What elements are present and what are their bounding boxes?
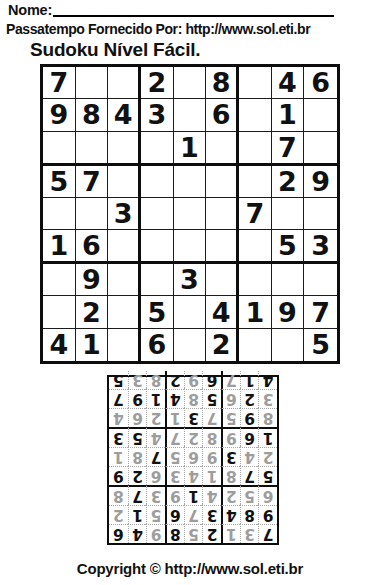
solution-cell-r8c6: 4 <box>165 389 184 408</box>
main-cell-r8c9[interactable]: 7 <box>304 296 337 328</box>
solution-cell-r5c6: 5 <box>165 447 184 466</box>
main-cell-r7c9[interactable] <box>304 264 337 296</box>
main-cell-r5c1[interactable] <box>43 198 76 230</box>
main-cell-r5c7[interactable]: 7 <box>239 198 272 230</box>
solution-cell-r2c5: 7 <box>184 505 203 524</box>
solution-cell-r8c9: 7 <box>109 389 128 408</box>
solution-cell-r6c9: 3 <box>109 427 128 447</box>
solution-cell-r2c9: 2 <box>109 505 128 524</box>
solution-cell-r8c5: 8 <box>184 389 203 408</box>
main-cell-r4c2[interactable]: 7 <box>76 166 109 198</box>
solution-cell-r1c8: 4 <box>128 524 147 543</box>
solution-cell-r8c1: 3 <box>258 389 277 408</box>
solution-cell-r3c1: 6 <box>258 485 277 505</box>
solution-cell-r7c4: 7 <box>202 408 221 427</box>
main-cell-r2c1[interactable]: 9 <box>43 99 76 131</box>
main-cell-r6c8[interactable]: 5 <box>272 230 305 264</box>
solution-cell-r4c7: 6 <box>146 466 165 485</box>
main-cell-r4c4[interactable] <box>141 166 174 198</box>
main-cell-r5c6[interactable] <box>206 198 239 230</box>
solution-cell-r9c2: 1 <box>240 371 259 389</box>
main-cell-r5c5[interactable] <box>174 198 207 230</box>
solution-cell-r3c4: 4 <box>202 485 221 505</box>
page-title: Sudoku Nível Fácil. <box>30 39 200 61</box>
main-cell-r4c5[interactable] <box>174 166 207 198</box>
solution-cell-r7c9: 4 <box>109 408 128 427</box>
main-cell-r3c1[interactable] <box>43 132 76 166</box>
main-grid: 728469843611757293716539325419741625 <box>40 64 340 364</box>
main-cell-r7c7[interactable] <box>239 264 272 296</box>
solution-cell-r8c8: 9 <box>128 389 147 408</box>
solution-cell-r6c1: 1 <box>258 427 277 447</box>
solution-cell-r1c3: 1 <box>221 524 240 543</box>
main-cell-r1c4[interactable]: 2 <box>141 67 174 99</box>
main-cell-r9c5[interactable] <box>174 329 207 361</box>
solution-cell-r8c2: 2 <box>240 389 259 408</box>
main-cell-r6c3[interactable] <box>108 230 141 264</box>
main-cell-r2c5[interactable] <box>174 99 207 131</box>
main-cell-r8c8[interactable]: 9 <box>272 296 305 328</box>
main-cell-r9c1[interactable]: 4 <box>43 329 76 361</box>
main-cell-r6c5[interactable] <box>174 230 207 264</box>
main-cell-r9c3[interactable] <box>108 329 141 361</box>
solution-cell-r9c9: 5 <box>109 371 128 389</box>
main-cell-r8c7[interactable]: 1 <box>239 296 272 328</box>
solution-cell-r6c3: 9 <box>221 427 240 447</box>
solution-cell-r8c3: 6 <box>221 389 240 408</box>
main-cell-r3c6[interactable] <box>206 132 239 166</box>
main-cell-r3c4[interactable] <box>141 132 174 166</box>
main-cell-r3c8[interactable]: 7 <box>272 132 305 166</box>
solution-cell-r7c2: 9 <box>240 408 259 427</box>
main-cell-r6c9[interactable]: 3 <box>304 230 337 264</box>
solution-cell-r9c6: 2 <box>165 371 184 389</box>
solution-cell-r5c8: 8 <box>128 447 147 466</box>
solution-cell-r6c6: 7 <box>165 427 184 447</box>
main-cell-r6c7[interactable] <box>239 230 272 264</box>
solution-cell-r3c5: 1 <box>184 485 203 505</box>
main-cell-r9c9[interactable]: 5 <box>304 329 337 361</box>
solution-cell-r5c5: 6 <box>184 447 203 466</box>
main-cell-r6c1[interactable]: 1 <box>43 230 76 264</box>
main-cell-r4c6[interactable] <box>206 166 239 198</box>
main-cell-r8c3[interactable] <box>108 296 141 328</box>
main-cell-r8c4[interactable]: 5 <box>141 296 174 328</box>
solution-cell-r3c8: 7 <box>128 485 147 505</box>
solution-cell-r2c6: 6 <box>165 505 184 524</box>
main-cell-r4c1[interactable]: 5 <box>43 166 76 198</box>
solution-cell-r9c8: 3 <box>128 371 147 389</box>
solution-cell-r5c1: 2 <box>258 447 277 466</box>
solution-cell-r1c5: 5 <box>184 524 203 543</box>
main-cell-r2c9[interactable] <box>304 99 337 131</box>
solution-cell-r5c4: 9 <box>202 447 221 466</box>
main-cell-r6c6[interactable] <box>206 230 239 264</box>
main-cell-r5c8[interactable] <box>272 198 305 230</box>
name-label: Nome: <box>8 2 52 18</box>
main-cell-r4c8[interactable]: 2 <box>272 166 305 198</box>
name-underline <box>53 15 334 17</box>
main-cell-r8c1[interactable] <box>43 296 76 328</box>
solution-cell-r5c2: 4 <box>240 447 259 466</box>
solution-cell-r3c3: 2 <box>221 485 240 505</box>
solution-cell-r5c3: 3 <box>221 447 240 466</box>
solution-cell-r8c4: 5 <box>202 389 221 408</box>
solution-cell-r4c3: 8 <box>221 466 240 485</box>
main-cell-r4c7[interactable] <box>239 166 272 198</box>
solution-cell-r6c5: 2 <box>184 427 203 447</box>
main-cell-r1c7[interactable] <box>239 67 272 99</box>
main-cell-r1c8[interactable]: 4 <box>272 67 305 99</box>
main-cell-r3c2[interactable] <box>76 132 109 166</box>
main-cell-r1c3[interactable] <box>108 67 141 99</box>
solution-cell-r3c2: 5 <box>240 485 259 505</box>
main-cell-r4c3[interactable] <box>108 166 141 198</box>
main-cell-r9c8[interactable] <box>272 329 305 361</box>
solution-cell-r4c5: 4 <box>184 466 203 485</box>
main-cell-r5c9[interactable] <box>304 198 337 230</box>
solution-cell-r7c1: 8 <box>258 408 277 427</box>
solution-cell-r4c8: 2 <box>128 466 147 485</box>
solution-cell-r4c1: 5 <box>258 466 277 485</box>
solution-cell-r9c1: 4 <box>258 371 277 389</box>
worksheet-page: Nome: Passatempo Fornecido Por: http://w… <box>0 0 380 585</box>
main-cell-r2c8[interactable]: 1 <box>272 99 305 131</box>
solution-cell-r4c6: 3 <box>165 466 184 485</box>
solution-cell-r6c4: 8 <box>202 427 221 447</box>
main-cell-r7c5[interactable]: 3 <box>174 264 207 296</box>
solution-cell-r1c4: 2 <box>202 524 221 543</box>
main-cell-r2c6[interactable]: 6 <box>206 99 239 131</box>
main-cell-r9c7[interactable] <box>239 329 272 361</box>
solution-cell-r2c3: 4 <box>221 505 240 524</box>
main-cell-r3c3[interactable] <box>108 132 141 166</box>
solution-cell-r8c7: 1 <box>146 389 165 408</box>
main-cell-r8c5[interactable] <box>174 296 207 328</box>
main-cell-r3c5[interactable]: 1 <box>174 132 207 166</box>
main-cell-r8c6[interactable]: 4 <box>206 296 239 328</box>
provider-text: Passatempo Fornecido Por: http://www.sol… <box>6 21 310 37</box>
solution-cell-r7c5: 3 <box>184 408 203 427</box>
copyright-text: Copyright © http://www.sol.eti.br <box>0 560 380 577</box>
solution-cell-r2c8: 1 <box>128 505 147 524</box>
main-cell-r6c2[interactable]: 6 <box>76 230 109 264</box>
solution-cell-r7c3: 5 <box>221 408 240 427</box>
solution-cell-r7c7: 2 <box>146 408 165 427</box>
solution-cell-r5c7: 7 <box>146 447 165 466</box>
main-cell-r7c8[interactable] <box>272 264 305 296</box>
main-cell-r2c7[interactable] <box>239 99 272 131</box>
solution-cell-r7c6: 1 <box>165 408 184 427</box>
solution-cell-r7c8: 6 <box>128 408 147 427</box>
solution-cell-r3c6: 9 <box>165 485 184 505</box>
main-cell-r5c4[interactable] <box>141 198 174 230</box>
solution-cell-r1c6: 8 <box>165 524 184 543</box>
solution-cell-r1c9: 6 <box>109 524 128 543</box>
solution-cell-r9c7: 8 <box>146 371 165 389</box>
main-cell-r7c6[interactable] <box>206 264 239 296</box>
main-cell-r6c4[interactable] <box>141 230 174 264</box>
solution-cell-r6c7: 4 <box>146 427 165 447</box>
solution-cell-r4c2: 7 <box>240 466 259 485</box>
main-cell-r1c5[interactable] <box>174 67 207 99</box>
main-cell-r5c3[interactable]: 3 <box>108 198 141 230</box>
main-cell-r4c9[interactable]: 9 <box>304 166 337 198</box>
solution-cell-r9c5: 9 <box>184 371 203 389</box>
solution-cell-r9c3: 7 <box>221 371 240 389</box>
solution-cell-r9c4: 6 <box>202 371 221 389</box>
main-cell-r3c9[interactable] <box>304 132 337 166</box>
main-cell-r1c6[interactable]: 8 <box>206 67 239 99</box>
solution-cell-r4c9: 9 <box>109 466 128 485</box>
main-cell-r5c2[interactable] <box>76 198 109 230</box>
solution-grid: 7312589469843765126524193785781436292439… <box>107 375 279 545</box>
main-cell-r1c9[interactable]: 6 <box>304 67 337 99</box>
main-cell-r2c3[interactable]: 4 <box>108 99 141 131</box>
solution-cell-r6c2: 6 <box>240 427 259 447</box>
solution-cell-r1c2: 3 <box>240 524 259 543</box>
main-cell-r2c2[interactable]: 8 <box>76 99 109 131</box>
main-cell-r8c2[interactable]: 2 <box>76 296 109 328</box>
main-cell-r1c2[interactable] <box>76 67 109 99</box>
main-cell-r7c2[interactable]: 9 <box>76 264 109 296</box>
main-cell-r2c4[interactable]: 3 <box>141 99 174 131</box>
solution-cell-r2c4: 3 <box>202 505 221 524</box>
solution-cell-r5c9: 1 <box>109 447 128 466</box>
solution-cell-r2c1: 9 <box>258 505 277 524</box>
solution-cell-r3c9: 8 <box>109 485 128 505</box>
solution-cell-r1c1: 7 <box>258 524 277 543</box>
main-cell-r9c4[interactable]: 6 <box>141 329 174 361</box>
main-cell-r7c4[interactable] <box>141 264 174 296</box>
solution-cell-r6c8: 5 <box>128 427 147 447</box>
solution-cell-r4c4: 1 <box>202 466 221 485</box>
solution-cell-r1c7: 9 <box>146 524 165 543</box>
main-cell-r7c3[interactable] <box>108 264 141 296</box>
main-cell-r3c7[interactable] <box>239 132 272 166</box>
name-row: Nome: <box>8 2 334 18</box>
main-cell-r1c1[interactable]: 7 <box>43 67 76 99</box>
solution-cell-r3c7: 3 <box>146 485 165 505</box>
main-cell-r7c1[interactable] <box>43 264 76 296</box>
main-cell-r9c2[interactable]: 1 <box>76 329 109 361</box>
solution-cell-r2c2: 8 <box>240 505 259 524</box>
solution-cell-r2c7: 5 <box>146 505 165 524</box>
main-cell-r9c6[interactable]: 2 <box>206 329 239 361</box>
